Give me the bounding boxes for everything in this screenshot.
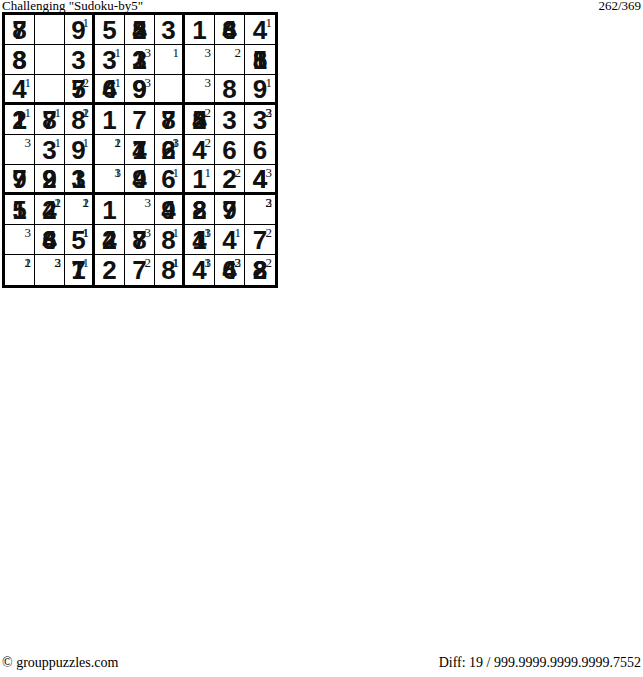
cell-r13c12 <box>5 45 35 75</box>
cell-r12c19: 6 <box>215 15 245 45</box>
cell-r12c20: 4 <box>245 15 275 45</box>
cell-r16c14 <box>65 135 95 165</box>
cell-r14c14 <box>65 75 95 105</box>
cell-r17c15: 3 <box>95 165 125 195</box>
cell-r20c15: 2 <box>95 255 125 285</box>
given-digit: 2 <box>95 255 124 285</box>
cell-r16c18 <box>185 135 215 165</box>
given-digit: 7 <box>65 255 92 285</box>
cell-r15c13: 8 <box>35 105 65 135</box>
cell-r14c20 <box>245 75 275 105</box>
cell-r13c18 <box>185 45 215 75</box>
difficulty-text: Diff: 19 / 999.9999.9999.9999.7552 <box>439 655 641 671</box>
given-digit: 8 <box>245 45 275 74</box>
given-digit: 4 <box>245 15 275 44</box>
cell-r18c18: 8 <box>185 195 215 225</box>
copyright: © grouppuzzles.com <box>2 655 118 671</box>
cell-r13c20: 8 <box>245 45 275 75</box>
cell-r12c12 <box>5 15 35 45</box>
cell-r14c13 <box>35 75 65 105</box>
cell-r14c16: 9 <box>125 75 155 105</box>
cell-r17c16 <box>125 165 155 195</box>
cell-r18c19 <box>215 195 245 225</box>
cell-r13c16: 1 <box>125 45 155 75</box>
given-digit: 8 <box>35 105 64 134</box>
given-digit: 1 <box>185 165 214 192</box>
cell-r18c14: 2 <box>65 195 95 225</box>
cell-r13c14 <box>65 45 95 75</box>
cell-r16c15: 1 <box>95 135 125 165</box>
pencil-mark: 3 <box>115 165 122 180</box>
cell-r20c12: 1 <box>5 255 35 285</box>
cell-r14c19 <box>215 75 245 105</box>
cell-r15c20: 2 <box>245 105 275 135</box>
cell-r15c19: 3 <box>215 105 245 135</box>
given-digit: 1 <box>125 45 154 74</box>
cell-r18c15 <box>95 195 125 225</box>
cell-r19c19: 4 <box>215 225 245 255</box>
cell-r13c13 <box>35 45 65 75</box>
cell-r15c15: 1 <box>95 105 125 135</box>
cell-r12c17 <box>155 15 185 45</box>
pencil-mark: 1 <box>205 225 212 240</box>
given-digit: 4 <box>215 225 244 254</box>
pencil-mark: 3 <box>235 255 242 270</box>
pencil-mark: 1 <box>115 75 122 90</box>
cell-r16c19 <box>215 135 245 165</box>
pencil-mark: 1 <box>25 255 32 270</box>
cell-r20c19: 3 <box>215 255 245 285</box>
grid-bottom-right: 6431128193813216931152239881471722133 <box>2 12 278 288</box>
cell-r19c18: 1 <box>185 225 215 255</box>
cell-r20c16: 2 <box>125 255 155 285</box>
cell-r15c12 <box>5 105 35 135</box>
given-digit: 8 <box>185 195 214 224</box>
pencil-mark: 2 <box>266 105 273 120</box>
cell-r15c16 <box>125 105 155 135</box>
pencil-mark: 3 <box>145 195 152 210</box>
pencil-mark: 2 <box>83 195 90 210</box>
given-digit: 5 <box>5 195 34 224</box>
cell-r15c17 <box>155 105 185 135</box>
cell-r13c17: 1 <box>155 45 185 75</box>
given-digit: 9 <box>5 165 34 192</box>
cell-r12c13 <box>35 15 65 45</box>
cell-r20c18 <box>185 255 215 285</box>
cell-r14c18: 3 <box>185 75 215 105</box>
cell-r16c17: 6 <box>155 135 185 165</box>
cell-r17c14 <box>65 165 95 195</box>
pencil-mark: 1 <box>173 255 180 270</box>
cell-r17c17: 1 <box>155 165 185 195</box>
given-digit: 1 <box>95 105 124 134</box>
cell-r14c17 <box>155 75 185 105</box>
pencil-mark: 3 <box>205 75 212 90</box>
cell-r20c20: 3 <box>245 255 275 285</box>
cell-r13c15: 3 <box>95 45 125 75</box>
given-digit: 6 <box>215 15 244 44</box>
cell-r18c16: 3 <box>125 195 155 225</box>
pencil-mark: 2 <box>145 255 152 270</box>
cell-r17c18: 1 <box>185 165 215 195</box>
cell-r18c13: 2 <box>35 195 65 225</box>
pencil-mark: 1 <box>173 45 180 60</box>
given-digit: 9 <box>155 195 182 224</box>
cell-r19c13 <box>35 225 65 255</box>
cell-r19c12 <box>5 225 35 255</box>
cell-r15c14 <box>65 105 95 135</box>
cell-r19c14 <box>65 225 95 255</box>
given-digit: 3 <box>215 105 244 134</box>
given-digit: 8 <box>155 225 182 254</box>
given-digit: 3 <box>245 255 275 285</box>
cell-r13c19: 2 <box>215 45 245 75</box>
cell-r15c18 <box>185 105 215 135</box>
cell-r18c20 <box>245 195 275 225</box>
cell-r16c16 <box>125 135 155 165</box>
cell-r17c20 <box>245 165 275 195</box>
given-digit: 2 <box>35 195 64 224</box>
cell-r12c14 <box>65 15 95 45</box>
cell-r20c17: 1 <box>155 255 185 285</box>
cell-r16c12 <box>5 135 35 165</box>
cell-r12c15 <box>95 15 125 45</box>
pencil-mark: 2 <box>235 45 242 60</box>
given-digit: 7 <box>245 225 275 254</box>
cell-r14c12 <box>5 75 35 105</box>
sudoku-by5-page: Challenging "Sudoku-by5" 262/369 7148355… <box>0 0 643 677</box>
sudoku-board: 7148355981175337326912411272614831221128… <box>2 12 638 648</box>
cell-r16c13 <box>35 135 65 165</box>
cell-r19c15 <box>95 225 125 255</box>
cell-r19c16 <box>125 225 155 255</box>
cell-r12c16 <box>125 15 155 45</box>
cell-r18c12: 5 <box>5 195 35 225</box>
cell-r19c17: 8 <box>155 225 185 255</box>
cell-r17c12: 9 <box>5 165 35 195</box>
cell-r18c17: 9 <box>155 195 185 225</box>
cell-r19c20: 7 <box>245 225 275 255</box>
given-digit: 3 <box>95 45 124 74</box>
cell-r12c18 <box>185 15 215 45</box>
cell-r20c14: 7 <box>65 255 95 285</box>
pencil-mark: 1 <box>173 165 180 180</box>
cell-r17c19 <box>215 165 245 195</box>
cell-r14c15: 1 <box>95 75 125 105</box>
pencil-mark: 1 <box>115 135 122 150</box>
cell-r16c20 <box>245 135 275 165</box>
cell-r17c13 <box>35 165 65 195</box>
cell-r20c13 <box>35 255 65 285</box>
given-digit: 9 <box>125 75 154 102</box>
given-digit: 6 <box>155 135 182 164</box>
